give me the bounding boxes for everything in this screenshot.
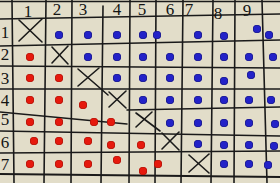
cell-7-2[interactable] [46,152,72,175]
blue-dot-7-9 [245,160,253,168]
cell-6-7[interactable] [183,130,213,152]
column-label-3: 3 [79,1,88,18]
blue-dot-1-2 [55,31,63,39]
red-dot-6-3 [84,137,92,145]
column-label-2: 2 [53,1,62,18]
blue-dot-2-10 [269,53,277,61]
cell-6-4[interactable] [103,130,130,152]
cell-1-4[interactable] [103,17,130,44]
cell-5-1[interactable] [13,110,46,130]
blue-dot-1-6 [153,31,161,39]
cell-1-9[interactable] [235,17,262,44]
cell-3-3[interactable] [72,66,103,89]
blue-dot-6-10 [270,142,278,150]
red-dot-7-2 [55,160,63,168]
blue-dot-2-9 [245,53,253,61]
red-dot-7-4 [113,156,121,164]
blue-dot-2-8 [220,53,228,61]
cell-5-8[interactable] [213,110,235,130]
cell-7-5[interactable] [130,152,156,175]
cell-2-7[interactable] [183,44,213,66]
blue-dot-2-5 [139,53,147,61]
cell-3-4[interactable] [103,66,130,89]
blue-dot-1-5 [139,31,147,39]
row-label-5: 5 [1,111,10,128]
red-dot-5-4 [107,118,115,126]
blue-dot-1-3 [84,31,92,39]
blue-dot-2-7 [194,53,202,61]
blue-dot-6-9 [245,141,253,149]
cell-1-8[interactable] [213,17,235,44]
red-dot-4-3 [79,101,87,109]
blue-dot-7-10 [264,161,272,169]
cell-5-5[interactable] [130,110,156,130]
row-label-6: 6 [1,134,10,151]
blue-dot-4-10 [267,96,275,104]
blue-dot-1-8 [220,32,228,40]
row-label-3: 3 [1,70,10,87]
column-label-4: 4 [113,1,122,18]
blue-dot-2-4 [113,53,121,61]
blue-dot-4-8 [220,96,228,104]
cell-2-10[interactable] [262,44,280,66]
blue-dot-5-7 [194,119,202,127]
blue-dot-3-6 [166,74,174,82]
cell-6-9[interactable] [235,130,262,152]
blue-dot-5-6 [166,119,174,127]
cell-4-7[interactable] [183,89,213,110]
cell-6-8[interactable] [213,130,235,152]
cell-1-5[interactable] [130,17,156,44]
blue-dot-4-5 [139,96,147,104]
blue-dot-6-7 [194,140,202,148]
red-dot-3-2 [55,74,63,82]
red-dot-7-1 [26,160,34,168]
cell-5-9[interactable] [235,110,262,130]
blue-dot-6-8 [220,141,228,149]
cell-5-4[interactable] [103,110,130,130]
blue-dot-3-5 [139,74,147,82]
cell-1-6[interactable] [156,17,183,44]
red-dot-2-1 [26,53,34,61]
cell-1-7[interactable] [183,17,213,44]
blue-dot-7-8 [220,160,228,168]
red-dot-7-5 [139,167,147,175]
cell-6-6[interactable] [156,130,183,152]
blue-dot-1-4 [113,31,121,39]
red-dot-7-6 [154,160,162,168]
cell-5-10[interactable] [262,110,280,130]
column-label-6: 6 [166,1,175,18]
red-dot-6-1 [30,137,38,145]
cell-4-2[interactable] [46,89,72,110]
column-label-7: 7 [185,1,194,18]
cell-7-9[interactable] [235,152,262,175]
cell-4-1[interactable] [13,89,46,110]
cell-7-10[interactable] [262,152,280,175]
cell-4-9[interactable] [235,89,262,110]
blue-dot-4-7 [194,96,202,104]
blue-dot-3-9 [247,71,255,79]
cell-7-6[interactable] [156,152,183,175]
blue-dot-4-6 [166,96,174,104]
cell-7-1[interactable] [13,152,46,175]
cell-5-2[interactable] [46,110,72,130]
red-dot-3-1 [26,74,34,82]
column-label-9: 9 [243,2,252,19]
cell-4-4[interactable] [103,89,130,110]
cell-2-9[interactable] [235,44,262,66]
cell-4-10[interactable] [262,89,280,110]
cell-6-3[interactable] [72,130,103,152]
blue-dot-2-3 [84,53,92,61]
cell-2-2[interactable] [46,44,72,66]
cell-6-10[interactable] [262,130,280,152]
cell-1-1[interactable] [13,17,46,44]
cell-3-5[interactable] [130,66,156,89]
red-dot-7-3 [84,160,92,168]
cell-3-6[interactable] [156,66,183,89]
row-label-4: 4 [1,92,10,109]
blue-dot-3-8 [220,77,228,85]
blue-dot-1-9 [253,25,261,33]
cell-2-8[interactable] [213,44,235,66]
blue-dot-5-9 [245,119,253,127]
cell-6-2[interactable] [46,130,72,152]
cell-3-2[interactable] [46,66,72,89]
cell-3-7[interactable] [183,66,213,89]
blue-dot-5-8 [220,119,228,127]
cell-2-4[interactable] [103,44,130,66]
blue-dot-3-7 [194,74,202,82]
row-label-7: 7 [1,156,10,173]
cell-3-8[interactable] [213,66,235,89]
cell-1-2[interactable] [46,17,72,44]
dot-grid-board: 123456789 1234567 [0,0,280,183]
red-dot-5-2 [55,118,63,126]
red-dot-6-4 [107,141,115,149]
red-dot-4-1 [26,96,34,104]
cell-4-8[interactable] [213,89,235,110]
cell-3-1[interactable] [13,66,46,89]
row-label-2: 2 [1,46,10,63]
cell-2-6[interactable] [156,44,183,66]
cell-2-5[interactable] [130,44,156,66]
cell-4-5[interactable] [130,89,156,110]
cell-2-1[interactable] [13,44,46,66]
red-dot-6-2 [55,137,63,145]
blue-dot-5-10 [271,120,279,128]
red-dot-5-1 [26,118,34,126]
cell-1-10[interactable] [262,17,280,44]
blue-dot-1-7 [194,31,202,39]
cell-5-3[interactable] [72,110,103,130]
red-dot-4-2 [55,96,63,104]
cell-4-6[interactable] [156,89,183,110]
cell-2-3[interactable] [72,44,103,66]
cell-1-3[interactable] [72,17,103,44]
blue-dot-2-6 [166,53,174,61]
cell-5-6[interactable] [156,110,183,130]
red-dot-6-5 [137,141,145,149]
red-dot-5-3 [90,118,98,126]
cell-3-10[interactable] [262,66,280,89]
row-label-1: 1 [1,24,10,41]
cell-7-3[interactable] [72,152,103,175]
blue-dot-3-4 [113,74,121,82]
cell-6-5[interactable] [130,130,156,152]
blue-dot-4-9 [245,96,253,104]
cell-7-8[interactable] [213,152,235,175]
column-label-5: 5 [138,1,147,18]
cell-7-4[interactable] [103,152,130,175]
blue-dot-1-10 [265,31,273,39]
cell-7-7[interactable] [183,152,213,175]
cell-6-1[interactable] [13,130,46,152]
cell-4-3[interactable] [72,89,103,110]
cell-5-7[interactable] [183,110,213,130]
cell-3-9[interactable] [235,66,262,89]
